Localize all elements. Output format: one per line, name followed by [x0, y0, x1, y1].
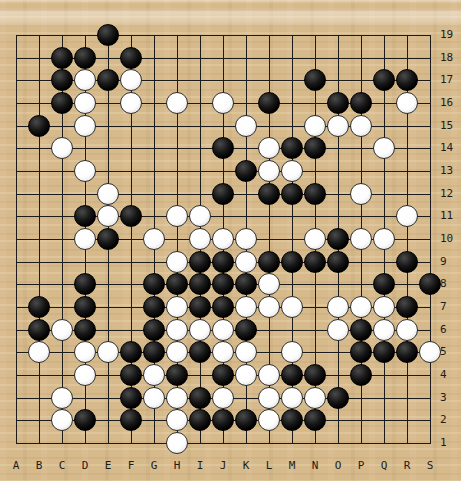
- row-label: 10: [440, 233, 461, 245]
- column-label: D: [77, 460, 93, 472]
- column-label: F: [123, 460, 139, 472]
- white-stone-H11: [166, 205, 188, 227]
- black-stone-F4: [120, 364, 142, 386]
- white-stone-J6: [212, 319, 234, 341]
- black-stone-O3: [327, 387, 349, 409]
- white-stone-K7: [235, 296, 257, 318]
- row-label: 6: [440, 324, 461, 336]
- black-stone-I8: [189, 273, 211, 295]
- black-stone-O16: [327, 92, 349, 114]
- white-stone-F16: [120, 92, 142, 114]
- black-stone-I2: [189, 409, 211, 431]
- row-label: 16: [440, 97, 461, 109]
- black-stone-P4: [350, 364, 372, 386]
- black-stone-B6: [28, 319, 50, 341]
- white-stone-E5: [97, 341, 119, 363]
- black-stone-H8: [166, 273, 188, 295]
- black-stone-L9: [258, 251, 280, 273]
- white-stone-J3: [212, 387, 234, 409]
- black-stone-J2: [212, 409, 234, 431]
- black-stone-C16: [51, 92, 73, 114]
- white-stone-H1: [166, 432, 188, 454]
- black-stone-P6: [350, 319, 372, 341]
- row-label: 3: [440, 392, 461, 404]
- black-stone-I7: [189, 296, 211, 318]
- column-label: J: [215, 460, 231, 472]
- black-stone-O10: [327, 228, 349, 250]
- black-stone-N17: [304, 69, 326, 91]
- black-stone-L12: [258, 183, 280, 205]
- black-stone-E19: [97, 24, 119, 46]
- white-stone-K15: [235, 115, 257, 137]
- black-stone-N4: [304, 364, 326, 386]
- black-stone-I5: [189, 341, 211, 363]
- black-stone-J7: [212, 296, 234, 318]
- white-stone-D4: [74, 364, 96, 386]
- white-stone-K5: [235, 341, 257, 363]
- black-stone-I9: [189, 251, 211, 273]
- column-label: Q: [376, 460, 392, 472]
- white-stone-D17: [74, 69, 96, 91]
- black-stone-E10: [97, 228, 119, 250]
- white-stone-P7: [350, 296, 372, 318]
- black-stone-G7: [143, 296, 165, 318]
- black-stone-B15: [28, 115, 50, 137]
- black-stone-M2: [281, 409, 303, 431]
- white-stone-D13: [74, 160, 96, 182]
- white-stone-G10: [143, 228, 165, 250]
- black-stone-C18: [51, 47, 73, 69]
- column-label: B: [31, 460, 47, 472]
- black-stone-D7: [74, 296, 96, 318]
- white-stone-H9: [166, 251, 188, 273]
- black-stone-F2: [120, 409, 142, 431]
- black-stone-F3: [120, 387, 142, 409]
- black-stone-N12: [304, 183, 326, 205]
- white-stone-E12: [97, 183, 119, 205]
- black-stone-Q5: [373, 341, 395, 363]
- black-stone-D11: [74, 205, 96, 227]
- black-stone-J9: [212, 251, 234, 273]
- black-stone-M9: [281, 251, 303, 273]
- row-label: 17: [440, 74, 461, 86]
- column-label: G: [146, 460, 162, 472]
- black-stone-S8: [419, 273, 441, 295]
- row-label: 14: [440, 142, 461, 154]
- board-horizontal-line: [16, 443, 431, 444]
- row-label: 7: [440, 301, 461, 313]
- black-stone-F18: [120, 47, 142, 69]
- black-stone-R7: [396, 296, 418, 318]
- column-label: N: [307, 460, 323, 472]
- white-stone-I10: [189, 228, 211, 250]
- white-stone-L14: [258, 137, 280, 159]
- black-stone-M4: [281, 364, 303, 386]
- white-stone-L2: [258, 409, 280, 431]
- black-stone-N14: [304, 137, 326, 159]
- board-vertical-line: [430, 35, 431, 444]
- black-stone-G6: [143, 319, 165, 341]
- white-stone-E11: [97, 205, 119, 227]
- black-stone-Q8: [373, 273, 395, 295]
- black-stone-N2: [304, 409, 326, 431]
- black-stone-M12: [281, 183, 303, 205]
- black-stone-P16: [350, 92, 372, 114]
- black-stone-R9: [396, 251, 418, 273]
- column-label: R: [399, 460, 415, 472]
- black-stone-F5: [120, 341, 142, 363]
- white-stone-L7: [258, 296, 280, 318]
- white-stone-C14: [51, 137, 73, 159]
- column-label: P: [353, 460, 369, 472]
- row-label: 11: [440, 210, 461, 222]
- white-stone-J5: [212, 341, 234, 363]
- white-stone-F17: [120, 69, 142, 91]
- white-stone-R16: [396, 92, 418, 114]
- white-stone-M7: [281, 296, 303, 318]
- goban[interactable]: ABCDEFGHIJKLMNOPQRS191817161514131211109…: [0, 0, 461, 481]
- column-label: A: [8, 460, 24, 472]
- white-stone-D15: [74, 115, 96, 137]
- white-stone-B5: [28, 341, 50, 363]
- black-stone-I3: [189, 387, 211, 409]
- black-stone-E17: [97, 69, 119, 91]
- white-stone-H5: [166, 341, 188, 363]
- white-stone-Q14: [373, 137, 395, 159]
- row-label: 15: [440, 120, 461, 132]
- column-label: L: [261, 460, 277, 472]
- black-stone-J8: [212, 273, 234, 295]
- white-stone-I6: [189, 319, 211, 341]
- black-stone-R17: [396, 69, 418, 91]
- white-stone-N10: [304, 228, 326, 250]
- black-stone-D18: [74, 47, 96, 69]
- black-stone-D2: [74, 409, 96, 431]
- white-stone-O6: [327, 319, 349, 341]
- column-label: I: [192, 460, 208, 472]
- black-stone-C17: [51, 69, 73, 91]
- white-stone-K9: [235, 251, 257, 273]
- go-board-screenshot: ABCDEFGHIJKLMNOPQRS191817161514131211109…: [0, 0, 461, 481]
- white-stone-N3: [304, 387, 326, 409]
- white-stone-H16: [166, 92, 188, 114]
- white-stone-G4: [143, 364, 165, 386]
- white-stone-G3: [143, 387, 165, 409]
- white-stone-D10: [74, 228, 96, 250]
- white-stone-O7: [327, 296, 349, 318]
- black-stone-Q17: [373, 69, 395, 91]
- black-stone-B7: [28, 296, 50, 318]
- black-stone-K6: [235, 319, 257, 341]
- black-stone-D8: [74, 273, 96, 295]
- row-label: 9: [440, 256, 461, 268]
- white-stone-Q7: [373, 296, 395, 318]
- row-label: 5: [440, 346, 461, 358]
- black-stone-J4: [212, 364, 234, 386]
- column-label: O: [330, 460, 346, 472]
- white-stone-H2: [166, 409, 188, 431]
- white-stone-M5: [281, 341, 303, 363]
- white-stone-H7: [166, 296, 188, 318]
- column-label: S: [422, 460, 438, 472]
- white-stone-R6: [396, 319, 418, 341]
- black-stone-D6: [74, 319, 96, 341]
- white-stone-K4: [235, 364, 257, 386]
- row-label: 8: [440, 278, 461, 290]
- row-label: 1: [440, 437, 461, 449]
- column-label: K: [238, 460, 254, 472]
- white-stone-L13: [258, 160, 280, 182]
- column-label: E: [100, 460, 116, 472]
- row-label: 19: [440, 29, 461, 41]
- white-stone-H6: [166, 319, 188, 341]
- white-stone-P12: [350, 183, 372, 205]
- black-stone-K2: [235, 409, 257, 431]
- black-stone-L16: [258, 92, 280, 114]
- white-stone-N15: [304, 115, 326, 137]
- black-stone-G5: [143, 341, 165, 363]
- black-stone-R5: [396, 341, 418, 363]
- white-stone-D16: [74, 92, 96, 114]
- white-stone-C2: [51, 409, 73, 431]
- white-stone-S5: [419, 341, 441, 363]
- white-stone-M3: [281, 387, 303, 409]
- black-stone-G8: [143, 273, 165, 295]
- white-stone-H3: [166, 387, 188, 409]
- white-stone-O15: [327, 115, 349, 137]
- white-stone-M13: [281, 160, 303, 182]
- black-stone-P5: [350, 341, 372, 363]
- column-label: H: [169, 460, 185, 472]
- black-stone-F11: [120, 205, 142, 227]
- white-stone-C6: [51, 319, 73, 341]
- white-stone-C3: [51, 387, 73, 409]
- black-stone-N9: [304, 251, 326, 273]
- white-stone-K10: [235, 228, 257, 250]
- white-stone-L3: [258, 387, 280, 409]
- white-stone-P15: [350, 115, 372, 137]
- row-label: 2: [440, 414, 461, 426]
- white-stone-Q10: [373, 228, 395, 250]
- black-stone-H4: [166, 364, 188, 386]
- column-label: C: [54, 460, 70, 472]
- row-label: 18: [440, 52, 461, 64]
- white-stone-P10: [350, 228, 372, 250]
- white-stone-D5: [74, 341, 96, 363]
- black-stone-J14: [212, 137, 234, 159]
- black-stone-K13: [235, 160, 257, 182]
- black-stone-J12: [212, 183, 234, 205]
- white-stone-I11: [189, 205, 211, 227]
- row-label: 4: [440, 369, 461, 381]
- column-label: M: [284, 460, 300, 472]
- black-stone-K8: [235, 273, 257, 295]
- black-stone-O9: [327, 251, 349, 273]
- white-stone-J16: [212, 92, 234, 114]
- white-stone-L4: [258, 364, 280, 386]
- row-label: 13: [440, 165, 461, 177]
- row-label: 12: [440, 188, 461, 200]
- white-stone-J10: [212, 228, 234, 250]
- white-stone-R11: [396, 205, 418, 227]
- white-stone-L8: [258, 273, 280, 295]
- white-stone-Q6: [373, 319, 395, 341]
- black-stone-M14: [281, 137, 303, 159]
